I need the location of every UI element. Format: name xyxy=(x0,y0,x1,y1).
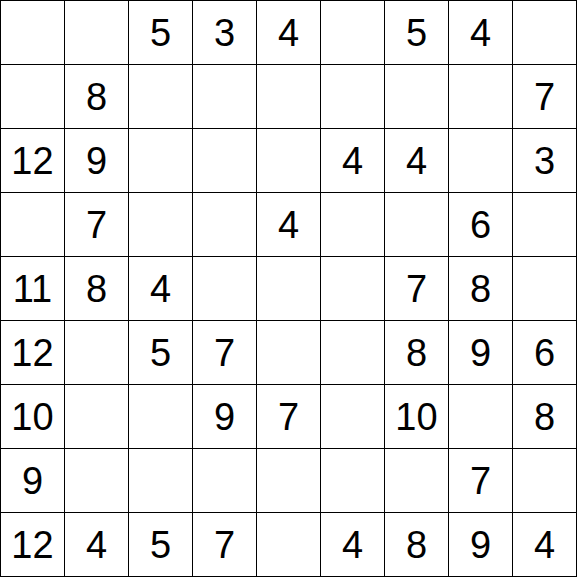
cell-r5c7: 7 xyxy=(385,257,449,321)
cell-r7c7: 10 xyxy=(385,385,449,449)
cell-r5c8: 8 xyxy=(449,257,513,321)
cell-r4c4[interactable] xyxy=(193,193,257,257)
cell-r3c4[interactable] xyxy=(193,129,257,193)
cell-r1c3: 5 xyxy=(129,1,193,65)
cell-r7c1: 10 xyxy=(1,385,65,449)
cell-r8c7[interactable] xyxy=(385,449,449,513)
cell-r5c9[interactable] xyxy=(513,257,577,321)
cell-r8c8: 7 xyxy=(449,449,513,513)
cell-r2c7[interactable] xyxy=(385,65,449,129)
cell-r2c3[interactable] xyxy=(129,65,193,129)
cell-r3c9: 3 xyxy=(513,129,577,193)
cell-r4c6[interactable] xyxy=(321,193,385,257)
cell-r7c6[interactable] xyxy=(321,385,385,449)
cell-r6c5[interactable] xyxy=(257,321,321,385)
cell-r3c7: 4 xyxy=(385,129,449,193)
cell-r5c2: 8 xyxy=(65,257,129,321)
cell-r4c1[interactable] xyxy=(1,193,65,257)
cell-r3c5[interactable] xyxy=(257,129,321,193)
cell-r9c5[interactable] xyxy=(257,513,321,577)
cell-r3c6: 4 xyxy=(321,129,385,193)
cell-r8c9[interactable] xyxy=(513,449,577,513)
cell-r1c9[interactable] xyxy=(513,1,577,65)
cell-r9c7: 8 xyxy=(385,513,449,577)
cell-r6c1: 12 xyxy=(1,321,65,385)
cell-r2c6[interactable] xyxy=(321,65,385,129)
cell-r2c2: 8 xyxy=(65,65,129,129)
cell-r5c6[interactable] xyxy=(321,257,385,321)
cell-r1c6[interactable] xyxy=(321,1,385,65)
cell-r1c5: 4 xyxy=(257,1,321,65)
cell-r9c6: 4 xyxy=(321,513,385,577)
cell-r9c8: 9 xyxy=(449,513,513,577)
cell-r4c2: 7 xyxy=(65,193,129,257)
cell-r1c2[interactable] xyxy=(65,1,129,65)
cell-r3c1: 12 xyxy=(1,129,65,193)
cell-r6c6[interactable] xyxy=(321,321,385,385)
cell-r7c8[interactable] xyxy=(449,385,513,449)
cell-r9c2: 4 xyxy=(65,513,129,577)
cell-r2c1[interactable] xyxy=(1,65,65,129)
cell-r2c4[interactable] xyxy=(193,65,257,129)
cell-r6c7: 8 xyxy=(385,321,449,385)
cell-r8c5[interactable] xyxy=(257,449,321,513)
cell-r7c5: 7 xyxy=(257,385,321,449)
cell-r1c1[interactable] xyxy=(1,1,65,65)
cell-r5c1: 11 xyxy=(1,257,65,321)
cell-r8c2[interactable] xyxy=(65,449,129,513)
cell-r8c1: 9 xyxy=(1,449,65,513)
puzzle-board: 5345487129443746118478125789610971089712… xyxy=(0,0,577,577)
cell-r9c4: 7 xyxy=(193,513,257,577)
cell-r4c9[interactable] xyxy=(513,193,577,257)
cell-r1c7: 5 xyxy=(385,1,449,65)
cell-r1c8: 4 xyxy=(449,1,513,65)
cell-r9c9: 4 xyxy=(513,513,577,577)
cell-r5c5[interactable] xyxy=(257,257,321,321)
cell-r4c5: 4 xyxy=(257,193,321,257)
cell-r6c9: 6 xyxy=(513,321,577,385)
cell-r4c8: 6 xyxy=(449,193,513,257)
cell-r9c3: 5 xyxy=(129,513,193,577)
cell-r8c4[interactable] xyxy=(193,449,257,513)
cell-r6c8: 9 xyxy=(449,321,513,385)
cell-r3c2: 9 xyxy=(65,129,129,193)
cell-r2c5[interactable] xyxy=(257,65,321,129)
cell-r2c8[interactable] xyxy=(449,65,513,129)
cell-r8c6[interactable] xyxy=(321,449,385,513)
cell-r4c7[interactable] xyxy=(385,193,449,257)
cell-r2c9: 7 xyxy=(513,65,577,129)
cell-r6c4: 7 xyxy=(193,321,257,385)
cell-r5c3: 4 xyxy=(129,257,193,321)
cell-r9c1: 12 xyxy=(1,513,65,577)
cell-r7c3[interactable] xyxy=(129,385,193,449)
cell-r8c3[interactable] xyxy=(129,449,193,513)
cell-r5c4[interactable] xyxy=(193,257,257,321)
cell-r1c4: 3 xyxy=(193,1,257,65)
cell-r6c2[interactable] xyxy=(65,321,129,385)
cell-r7c4: 9 xyxy=(193,385,257,449)
cell-r4c3[interactable] xyxy=(129,193,193,257)
cell-r6c3: 5 xyxy=(129,321,193,385)
cell-r7c9: 8 xyxy=(513,385,577,449)
cell-r3c8[interactable] xyxy=(449,129,513,193)
cell-r3c3[interactable] xyxy=(129,129,193,193)
cell-r7c2[interactable] xyxy=(65,385,129,449)
